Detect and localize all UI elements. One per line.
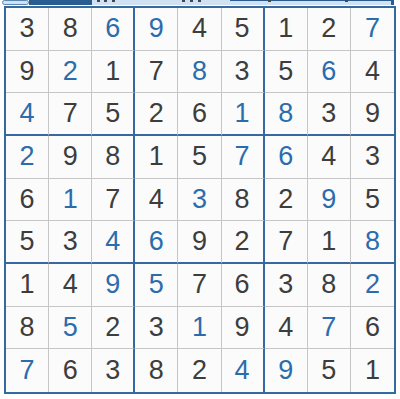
cell-r4c1[interactable]: 2 <box>6 136 49 179</box>
cell-r9c9[interactable]: 1 <box>351 349 394 392</box>
cell-r5c7[interactable]: 2 <box>265 179 308 222</box>
cell-r4c4[interactable]: 1 <box>135 136 178 179</box>
cell-r3c3[interactable]: 5 <box>92 93 135 136</box>
cell-r7c2[interactable]: 4 <box>49 264 92 307</box>
cell-r2c4[interactable]: 7 <box>135 51 178 94</box>
cropped-text-artifact <box>190 0 193 2</box>
cell-r1c2[interactable]: 8 <box>49 8 92 51</box>
cropped-text-artifact <box>112 0 115 2</box>
cropped-text-artifact <box>198 0 201 2</box>
cell-r1c7[interactable]: 1 <box>265 8 308 51</box>
cell-r7c4[interactable]: 5 <box>135 264 178 307</box>
cell-r6c4[interactable]: 6 <box>135 221 178 264</box>
cell-r2c9[interactable]: 4 <box>351 51 394 94</box>
cell-r8c6[interactable]: 9 <box>222 307 265 350</box>
cell-r2c6[interactable]: 3 <box>222 51 265 94</box>
sudoku-board: 3869451279217835644752618392981576436174… <box>4 6 396 394</box>
cell-r3c2[interactable]: 7 <box>49 93 92 136</box>
cell-r2c5[interactable]: 8 <box>178 51 221 94</box>
partial-tab <box>2 0 29 5</box>
cell-r3c6[interactable]: 1 <box>222 93 265 136</box>
cell-r1c8[interactable]: 2 <box>308 8 351 51</box>
cell-r3c5[interactable]: 6 <box>178 93 221 136</box>
cell-r1c9[interactable]: 7 <box>351 8 394 51</box>
cell-r4c2[interactable]: 9 <box>49 136 92 179</box>
cell-r5c2[interactable]: 1 <box>49 179 92 222</box>
cell-r1c1[interactable]: 3 <box>6 8 49 51</box>
cell-r5c5[interactable]: 3 <box>178 179 221 222</box>
cropped-text-artifact <box>268 0 271 2</box>
cell-r9c7[interactable]: 9 <box>265 349 308 392</box>
cropped-text-artifact <box>345 0 348 2</box>
cell-r6c1[interactable]: 5 <box>6 221 49 264</box>
cell-r9c4[interactable]: 8 <box>135 349 178 392</box>
cell-r9c5[interactable]: 2 <box>178 349 221 392</box>
cell-r2c1[interactable]: 9 <box>6 51 49 94</box>
cell-r1c4[interactable]: 9 <box>135 8 178 51</box>
cell-r8c9[interactable]: 6 <box>351 307 394 350</box>
cell-r7c3[interactable]: 9 <box>92 264 135 307</box>
cell-r3c7[interactable]: 8 <box>265 93 308 136</box>
cell-r7c5[interactable]: 7 <box>178 264 221 307</box>
cell-r3c1[interactable]: 4 <box>6 93 49 136</box>
cell-r9c8[interactable]: 5 <box>308 349 351 392</box>
cell-r4c5[interactable]: 5 <box>178 136 221 179</box>
cell-r5c6[interactable]: 8 <box>222 179 265 222</box>
cell-r9c6[interactable]: 4 <box>222 349 265 392</box>
cell-r4c6[interactable]: 7 <box>222 136 265 179</box>
cropped-toolbar-end <box>391 0 394 5</box>
cell-r8c8[interactable]: 7 <box>308 307 351 350</box>
cell-r3c8[interactable]: 3 <box>308 93 351 136</box>
cell-r4c7[interactable]: 6 <box>265 136 308 179</box>
cell-r2c7[interactable]: 5 <box>265 51 308 94</box>
cell-r9c2[interactable]: 6 <box>49 349 92 392</box>
cell-r8c4[interactable]: 3 <box>135 307 178 350</box>
cell-r4c3[interactable]: 8 <box>92 136 135 179</box>
cell-r7c9[interactable]: 2 <box>351 264 394 307</box>
cell-r1c5[interactable]: 4 <box>178 8 221 51</box>
cell-r8c5[interactable]: 1 <box>178 307 221 350</box>
partial-toolbar-segment <box>29 0 92 5</box>
cell-r8c3[interactable]: 2 <box>92 307 135 350</box>
cropped-text-artifact <box>182 0 185 2</box>
cell-r9c1[interactable]: 7 <box>6 349 49 392</box>
cell-r2c8[interactable]: 6 <box>308 51 351 94</box>
cell-r1c3[interactable]: 6 <box>92 8 135 51</box>
cell-r6c5[interactable]: 9 <box>178 221 221 264</box>
cell-r7c6[interactable]: 6 <box>222 264 265 307</box>
cell-r6c7[interactable]: 7 <box>265 221 308 264</box>
cell-r5c8[interactable]: 9 <box>308 179 351 222</box>
cell-r8c2[interactable]: 5 <box>49 307 92 350</box>
cell-r7c8[interactable]: 8 <box>308 264 351 307</box>
cell-r7c1[interactable]: 1 <box>6 264 49 307</box>
cell-r8c7[interactable]: 4 <box>265 307 308 350</box>
cell-r3c9[interactable]: 9 <box>351 93 394 136</box>
cell-r6c6[interactable]: 2 <box>222 221 265 264</box>
cell-r9c3[interactable]: 3 <box>92 349 135 392</box>
cell-r8c1[interactable]: 8 <box>6 307 49 350</box>
cell-r2c2[interactable]: 2 <box>49 51 92 94</box>
cell-r5c4[interactable]: 4 <box>135 179 178 222</box>
cropped-text-artifact <box>104 0 107 2</box>
cell-r7c7[interactable]: 3 <box>265 264 308 307</box>
cell-r2c3[interactable]: 1 <box>92 51 135 94</box>
cell-r6c8[interactable]: 1 <box>308 221 351 264</box>
cell-r3c4[interactable]: 2 <box>135 93 178 136</box>
cell-r4c9[interactable]: 3 <box>351 136 394 179</box>
cell-r5c3[interactable]: 7 <box>92 179 135 222</box>
cropped-toolbar-edge <box>230 0 394 1</box>
cell-r1c6[interactable]: 5 <box>222 8 265 51</box>
cell-r5c9[interactable]: 5 <box>351 179 394 222</box>
cell-r6c2[interactable]: 3 <box>49 221 92 264</box>
cropped-text-artifact <box>97 0 100 2</box>
cell-r6c9[interactable]: 8 <box>351 221 394 264</box>
cell-r5c1[interactable]: 6 <box>6 179 49 222</box>
cell-r6c3[interactable]: 4 <box>92 221 135 264</box>
cell-r4c8[interactable]: 4 <box>308 136 351 179</box>
